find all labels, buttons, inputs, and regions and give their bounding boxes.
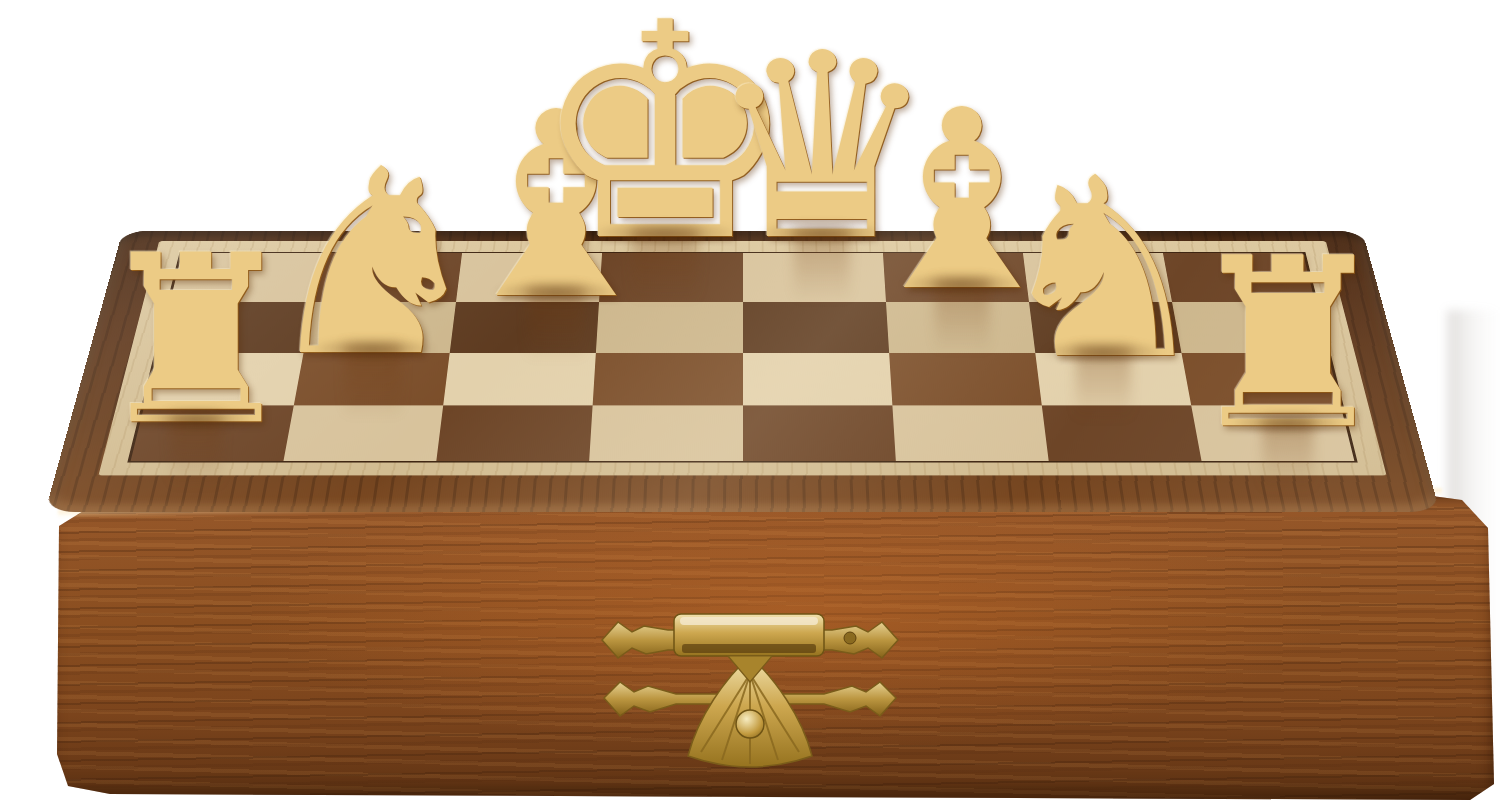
chess-board-grid: [127, 252, 1357, 463]
board-square: [131, 406, 294, 461]
board-square: [743, 253, 886, 302]
board-square: [593, 353, 743, 406]
board-square: [450, 302, 599, 353]
board-square: [889, 353, 1042, 406]
board-square: [892, 406, 1048, 461]
board-square: [1023, 253, 1172, 302]
board-square: [596, 302, 742, 353]
board-square: [284, 406, 444, 461]
maple-border: [98, 241, 1386, 475]
board-square: [456, 253, 602, 302]
board-square: [294, 353, 450, 406]
board-square: [1035, 353, 1191, 406]
board-square: [599, 253, 742, 302]
board-square: [1029, 302, 1182, 353]
board-square: [443, 353, 596, 406]
chess-box-product-photo: ♜♞♝♚♛♝♞♜: [0, 0, 1500, 810]
board-square: [1181, 353, 1340, 406]
board-square: [1042, 406, 1202, 461]
board-square: [1172, 302, 1328, 353]
board-square: [157, 302, 313, 353]
board-square: [304, 302, 457, 353]
board-square: [743, 353, 893, 406]
board-square: [590, 406, 743, 461]
board-square: [170, 253, 322, 302]
board-square: [1191, 406, 1354, 461]
board-square: [144, 353, 303, 406]
chess-board-top: [45, 231, 1440, 512]
board-square: [1163, 253, 1315, 302]
board-square: [886, 302, 1035, 353]
brass-latch: [598, 600, 902, 772]
board-square: [313, 253, 462, 302]
latch-knob: [736, 710, 764, 738]
board-square: [743, 406, 896, 461]
board-square: [437, 406, 593, 461]
board-square: [883, 253, 1029, 302]
board-square: [743, 302, 889, 353]
